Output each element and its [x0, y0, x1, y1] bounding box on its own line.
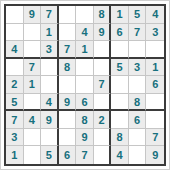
cell-r4c5[interactable]	[76, 59, 94, 77]
cell-r4c3[interactable]	[41, 59, 59, 77]
cell-r9c3[interactable]: 5	[41, 146, 59, 164]
cell-r5c1[interactable]: 2	[6, 76, 24, 94]
cell-r7c7[interactable]	[111, 111, 129, 129]
cell-r7c9[interactable]	[146, 111, 164, 129]
cell-r7c5[interactable]: 8	[76, 111, 94, 129]
cell-r8c7[interactable]: 8	[111, 129, 129, 147]
cell-r2c3[interactable]: 1	[41, 24, 59, 42]
cell-r6c7[interactable]	[111, 94, 129, 112]
cell-r3c3[interactable]: 3	[41, 41, 59, 59]
cell-r3c7[interactable]	[111, 41, 129, 59]
cell-r8c3[interactable]	[41, 129, 59, 147]
cell-r8c1[interactable]: 3	[6, 129, 24, 147]
cell-r9c2[interactable]	[24, 146, 42, 164]
cell-r2c8[interactable]: 7	[129, 24, 147, 42]
cell-r9c8[interactable]	[129, 146, 147, 164]
cell-r5c2[interactable]: 1	[24, 76, 42, 94]
cell-r9c7[interactable]: 4	[111, 146, 129, 164]
cell-r9c9[interactable]: 9	[146, 146, 164, 164]
cell-r4c9[interactable]: 1	[146, 59, 164, 77]
cell-r4c8[interactable]: 3	[129, 59, 147, 77]
cell-r6c9[interactable]	[146, 94, 164, 112]
cell-r1c8[interactable]: 5	[129, 6, 147, 24]
cell-r9c4[interactable]: 6	[59, 146, 77, 164]
cell-r1c1[interactable]	[6, 6, 24, 24]
cell-r2c1[interactable]	[6, 24, 24, 42]
cell-r7c4[interactable]	[59, 111, 77, 129]
cell-r5c8[interactable]	[129, 76, 147, 94]
cell-r2c4[interactable]	[59, 24, 77, 42]
cell-r5c5[interactable]	[76, 76, 94, 94]
cell-r2c6[interactable]: 9	[94, 24, 112, 42]
cell-r6c8[interactable]: 8	[129, 94, 147, 112]
cell-r4c2[interactable]: 7	[24, 59, 42, 77]
cell-r6c3[interactable]: 4	[41, 94, 59, 112]
cell-r6c4[interactable]: 9	[59, 94, 77, 112]
image-frame: 9781541496734371785312176549687498263987…	[0, 0, 170, 170]
cell-r7c6[interactable]: 2	[94, 111, 112, 129]
cell-r3c1[interactable]: 4	[6, 41, 24, 59]
cell-r5c3[interactable]	[41, 76, 59, 94]
cell-r3c8[interactable]	[129, 41, 147, 59]
cell-r5c9[interactable]: 6	[146, 76, 164, 94]
cell-r1c7[interactable]: 1	[111, 6, 129, 24]
cell-r6c1[interactable]: 5	[6, 94, 24, 112]
cell-r8c4[interactable]	[59, 129, 77, 147]
cell-r1c2[interactable]: 9	[24, 6, 42, 24]
cell-r8c9[interactable]: 7	[146, 129, 164, 147]
cell-r6c2[interactable]	[24, 94, 42, 112]
cell-r2c5[interactable]: 4	[76, 24, 94, 42]
cell-r8c6[interactable]	[94, 129, 112, 147]
cell-r9c6[interactable]	[94, 146, 112, 164]
cell-r7c2[interactable]: 4	[24, 111, 42, 129]
cell-r1c5[interactable]	[76, 6, 94, 24]
cell-r1c6[interactable]: 8	[94, 6, 112, 24]
cell-r4c6[interactable]	[94, 59, 112, 77]
cell-r7c3[interactable]: 9	[41, 111, 59, 129]
cell-r7c1[interactable]: 7	[6, 111, 24, 129]
cell-r6c6[interactable]	[94, 94, 112, 112]
cell-r3c5[interactable]: 1	[76, 41, 94, 59]
cell-r9c1[interactable]: 1	[6, 146, 24, 164]
cell-r9c5[interactable]: 7	[76, 146, 94, 164]
cell-r8c8[interactable]	[129, 129, 147, 147]
cell-r4c4[interactable]: 8	[59, 59, 77, 77]
cell-r3c4[interactable]: 7	[59, 41, 77, 59]
cell-r4c1[interactable]	[6, 59, 24, 77]
cell-r2c2[interactable]	[24, 24, 42, 42]
cell-r8c2[interactable]	[24, 129, 42, 147]
cell-r3c6[interactable]	[94, 41, 112, 59]
cell-r1c3[interactable]: 7	[41, 6, 59, 24]
sudoku-board: 9781541496734371785312176549687498263987…	[4, 4, 166, 166]
cell-r2c9[interactable]: 3	[146, 24, 164, 42]
cell-r5c4[interactable]	[59, 76, 77, 94]
cell-r5c6[interactable]: 7	[94, 76, 112, 94]
cell-r6c5[interactable]: 6	[76, 94, 94, 112]
cell-r5c7[interactable]	[111, 76, 129, 94]
cell-r8c5[interactable]: 9	[76, 129, 94, 147]
cell-r3c2[interactable]	[24, 41, 42, 59]
cell-r2c7[interactable]: 6	[111, 24, 129, 42]
cell-r7c8[interactable]: 6	[129, 111, 147, 129]
cell-r3c9[interactable]	[146, 41, 164, 59]
cell-r1c4[interactable]	[59, 6, 77, 24]
cell-r1c9[interactable]: 4	[146, 6, 164, 24]
cell-r4c7[interactable]: 5	[111, 59, 129, 77]
